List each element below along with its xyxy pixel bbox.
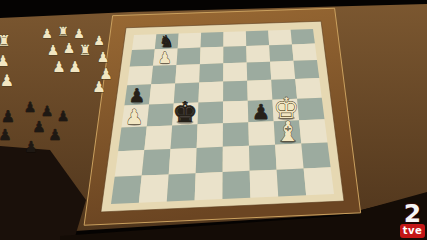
square-f6 <box>247 62 272 81</box>
square-g7 <box>269 44 293 61</box>
square-a2 <box>115 150 145 177</box>
square-e8 <box>223 31 246 47</box>
square-a8 <box>132 34 156 50</box>
piece-black-p-f4: ♟ <box>252 100 270 124</box>
square-a1 <box>111 176 142 204</box>
square-g2 <box>275 144 303 170</box>
square-h1 <box>304 167 334 195</box>
square-b2 <box>142 149 171 176</box>
captured-black-piece-5: ♟ <box>32 118 45 136</box>
square-h6 <box>294 60 320 79</box>
square-e4 <box>223 101 248 124</box>
square-g6 <box>270 61 295 80</box>
captured-white-piece-7: ♟ <box>63 40 76 56</box>
piece-black-k-c4: ♚ <box>172 95 198 129</box>
captured-black-piece-6: ♟ <box>48 126 61 144</box>
square-d2 <box>196 147 223 173</box>
square-h7 <box>292 44 317 61</box>
square-d1 <box>195 172 223 200</box>
captured-black-piece-4: ♟ <box>57 108 70 124</box>
captured-white-piece-8: ♜ <box>79 42 92 58</box>
channel-logo-box: tve <box>400 224 425 238</box>
square-d3 <box>197 123 223 148</box>
square-f5 <box>247 80 272 101</box>
square-e2 <box>223 146 250 172</box>
captured-white-piece-14: ♟ <box>92 78 105 96</box>
piece-black-n-b8: ♞ <box>159 32 173 51</box>
square-f1 <box>250 170 279 198</box>
square-e3 <box>223 122 249 147</box>
captured-white-piece-4: ♜ <box>57 24 69 39</box>
square-h4 <box>297 98 324 121</box>
tv-frame: ♞♟♟♟♚♟♚♝♜♟♟♟♜♟♟♟♜♟♟♟♟♟♟♟♟♟♟♟♟♟♟ 2 tve <box>0 0 427 240</box>
captured-black-piece-1: ♟ <box>0 126 12 144</box>
square-e6 <box>223 62 247 81</box>
square-d8 <box>201 32 224 48</box>
square-c7 <box>177 48 201 65</box>
captured-white-piece-12: ♟ <box>97 49 110 65</box>
square-h8 <box>291 29 315 44</box>
square-a6 <box>127 66 153 85</box>
square-d5 <box>198 82 223 103</box>
square-g1 <box>277 169 306 197</box>
channel-logo-text: tve <box>403 226 423 236</box>
square-d6 <box>199 63 223 82</box>
piece-white-b-g3: ♝ <box>276 116 301 147</box>
square-h3 <box>299 119 327 143</box>
captured-white-piece-0: ♜ <box>0 32 11 50</box>
captured-white-piece-1: ♟ <box>0 52 10 70</box>
square-d4 <box>198 102 224 125</box>
square-f8 <box>246 31 269 46</box>
captured-white-piece-10: ♟ <box>68 58 81 76</box>
channel-logo-digit: 2 <box>399 201 426 226</box>
square-g8 <box>268 30 292 45</box>
captured-black-piece-0: ♟ <box>1 107 15 126</box>
square-b6 <box>151 65 176 84</box>
captured-white-piece-11: ♟ <box>93 33 105 48</box>
channel-logo: 2 tve <box>399 201 426 238</box>
square-a7 <box>130 49 155 67</box>
scene-svg: ♞♟♟♟♚♟♚♝♜♟♟♟♜♟♟♟♜♟♟♟♟♟♟♟♟♟♟♟♟♟♟ <box>0 0 427 240</box>
square-c6 <box>175 64 200 83</box>
square-a3 <box>118 126 147 151</box>
square-c8 <box>178 33 201 49</box>
square-f3 <box>248 121 275 145</box>
square-b4 <box>147 104 174 127</box>
square-h2 <box>301 142 330 168</box>
piece-white-p-b7: ♟ <box>158 49 172 67</box>
piece-white-p-a4: ♟ <box>125 105 143 129</box>
square-h5 <box>295 78 322 99</box>
captured-black-piece-2: ♟ <box>24 99 37 115</box>
square-f7 <box>246 45 270 62</box>
captured-black-piece-7: ♟ <box>24 138 37 156</box>
captured-white-piece-2: ♟ <box>0 71 14 90</box>
square-e7 <box>223 46 246 63</box>
square-f2 <box>249 145 277 171</box>
square-c2 <box>169 148 197 174</box>
captured-white-piece-6: ♟ <box>47 42 60 58</box>
square-b1 <box>139 174 169 202</box>
piece-black-p-a5: ♟ <box>129 85 146 106</box>
captured-white-piece-5: ♟ <box>73 26 85 41</box>
square-e5 <box>223 81 248 102</box>
captured-white-piece-9: ♟ <box>52 58 65 76</box>
square-b3 <box>144 125 172 150</box>
square-c1 <box>167 173 196 201</box>
square-e1 <box>223 171 251 199</box>
captured-white-piece-3: ♟ <box>41 26 53 41</box>
captured-black-piece-3: ♟ <box>41 103 54 119</box>
square-d7 <box>200 47 224 64</box>
